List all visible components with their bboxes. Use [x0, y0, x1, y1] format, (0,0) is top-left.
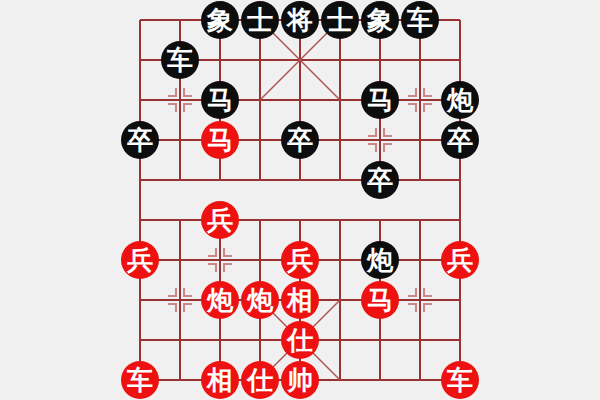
- piece-red-cannon[interactable]: 炮: [201, 281, 239, 319]
- piece-red-soldier[interactable]: 兵: [281, 241, 319, 279]
- piece-red-chariot[interactable]: 车: [121, 361, 159, 399]
- piece-red-elephant[interactable]: 相: [281, 281, 319, 319]
- piece-black-soldier[interactable]: 卒: [441, 121, 479, 159]
- piece-red-advisor[interactable]: 仕: [241, 361, 279, 399]
- piece-black-cannon[interactable]: 炮: [441, 81, 479, 119]
- pieces-layer: 象士将士象车车马马炮卒卒卒卒炮马兵兵兵兵炮炮相马仕车相仕帅车: [0, 0, 600, 400]
- piece-red-soldier[interactable]: 兵: [121, 241, 159, 279]
- piece-red-chariot[interactable]: 车: [441, 361, 479, 399]
- piece-red-general[interactable]: 帅: [281, 361, 319, 399]
- piece-black-general[interactable]: 将: [281, 1, 319, 39]
- piece-black-elephant[interactable]: 象: [201, 1, 239, 39]
- piece-black-cannon[interactable]: 炮: [361, 241, 399, 279]
- piece-red-soldier[interactable]: 兵: [441, 241, 479, 279]
- piece-black-chariot[interactable]: 车: [161, 41, 199, 79]
- xiangqi-board-viewer: 象士将士象车车马马炮卒卒卒卒炮马兵兵兵兵炮炮相马仕车相仕帅车: [0, 0, 600, 400]
- piece-black-advisor[interactable]: 士: [321, 1, 359, 39]
- piece-black-horse[interactable]: 马: [201, 81, 239, 119]
- piece-red-soldier[interactable]: 兵: [201, 201, 239, 239]
- piece-black-horse[interactable]: 马: [361, 81, 399, 119]
- piece-black-advisor[interactable]: 士: [241, 1, 279, 39]
- piece-red-cannon[interactable]: 炮: [241, 281, 279, 319]
- piece-red-elephant[interactable]: 相: [201, 361, 239, 399]
- piece-black-soldier[interactable]: 卒: [281, 121, 319, 159]
- piece-red-advisor[interactable]: 仕: [281, 321, 319, 359]
- piece-black-chariot[interactable]: 车: [401, 1, 439, 39]
- piece-red-horse[interactable]: 马: [361, 281, 399, 319]
- piece-red-horse[interactable]: 马: [201, 121, 239, 159]
- piece-black-elephant[interactable]: 象: [361, 1, 399, 39]
- piece-black-soldier[interactable]: 卒: [361, 161, 399, 199]
- piece-black-soldier[interactable]: 卒: [121, 121, 159, 159]
